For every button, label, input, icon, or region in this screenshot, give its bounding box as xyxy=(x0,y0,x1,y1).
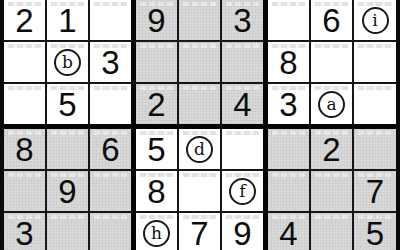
sudoku-cell-r3c8[interactable]: a xyxy=(311,84,354,129)
sudoku-cell-r2c5[interactable] xyxy=(179,42,222,84)
clue-digit: 6 xyxy=(322,3,340,37)
sudoku-cell-r3c4[interactable]: 2 xyxy=(136,84,179,129)
sudoku-cell-r3c3[interactable] xyxy=(90,84,136,129)
sudoku-cell-r1c2[interactable]: 1 xyxy=(47,0,90,42)
clue-digit: 8 xyxy=(279,45,297,79)
clue-digit: 9 xyxy=(233,216,251,250)
sudoku-cell-r1c6[interactable]: 3 xyxy=(222,0,268,42)
sudoku-cell-r3c6[interactable]: 4 xyxy=(222,84,268,129)
sudoku-cell-r6c4[interactable]: h xyxy=(136,213,179,250)
circled-letter-f: f xyxy=(229,178,256,205)
circled-letter-h: h xyxy=(143,220,170,247)
sudoku-cell-r4c5[interactable]: d xyxy=(179,129,222,171)
sudoku-cell-r2c2[interactable]: b xyxy=(47,42,90,84)
sudoku-cell-r4c1[interactable]: 8 xyxy=(4,129,47,171)
sudoku-cell-r6c8[interactable] xyxy=(311,213,354,250)
sudoku-viewport: 21936ib385243a865d298f73h7945 xyxy=(0,0,400,250)
sudoku-cell-r6c1[interactable]: 3 xyxy=(4,213,47,250)
sudoku-cell-r3c9[interactable] xyxy=(354,84,396,129)
sudoku-cell-r5c3[interactable] xyxy=(90,171,136,213)
clue-digit: 9 xyxy=(58,174,76,208)
sudoku-cell-r4c4[interactable]: 5 xyxy=(136,129,179,171)
sudoku-cell-r6c9[interactable]: 5 xyxy=(354,213,396,250)
circled-letter-d: d xyxy=(186,136,213,163)
sudoku-cell-r5c1[interactable] xyxy=(4,171,47,213)
circled-letter-b: b xyxy=(54,49,81,76)
clue-digit: 3 xyxy=(279,87,297,121)
clue-digit: 3 xyxy=(233,3,251,37)
sudoku-cell-r1c4[interactable]: 9 xyxy=(136,0,179,42)
clue-digit: 8 xyxy=(15,132,33,166)
sudoku-cell-r3c1[interactable] xyxy=(4,84,47,129)
sudoku-cell-r5c9[interactable]: 7 xyxy=(354,171,396,213)
sudoku-cell-r4c9[interactable] xyxy=(354,129,396,171)
sudoku-cell-r1c5[interactable] xyxy=(179,0,222,42)
sudoku-cell-r5c5[interactable] xyxy=(179,171,222,213)
sudoku-cell-r2c8[interactable] xyxy=(311,42,354,84)
clue-digit: 3 xyxy=(101,45,119,79)
clue-digit: 1 xyxy=(58,3,76,37)
sudoku-cell-r1c1[interactable]: 2 xyxy=(4,0,47,42)
sudoku-cell-r6c3[interactable] xyxy=(90,213,136,250)
clue-digit: 7 xyxy=(366,174,384,208)
clue-digit: 5 xyxy=(58,87,76,121)
sudoku-cell-r6c5[interactable]: 7 xyxy=(179,213,222,250)
sudoku-cell-r1c7[interactable] xyxy=(268,0,311,42)
sudoku-cell-r2c7[interactable]: 8 xyxy=(268,42,311,84)
clue-digit: 9 xyxy=(147,3,165,37)
sudoku-cell-r3c2[interactable]: 5 xyxy=(47,84,90,129)
clue-digit: 6 xyxy=(101,132,119,166)
sudoku-cell-r4c3[interactable]: 6 xyxy=(90,129,136,171)
sudoku-cell-r2c4[interactable] xyxy=(136,42,179,84)
sudoku-cell-r5c6[interactable]: f xyxy=(222,171,268,213)
sudoku-cell-r4c7[interactable] xyxy=(268,129,311,171)
sudoku-cell-r5c2[interactable]: 9 xyxy=(47,171,90,213)
clue-digit: 7 xyxy=(190,216,208,250)
clue-digit: 4 xyxy=(279,216,297,250)
sudoku-cell-r1c9[interactable]: i xyxy=(354,0,396,42)
sudoku-cell-r4c6[interactable] xyxy=(222,129,268,171)
circled-letter-i: i xyxy=(362,7,389,34)
clue-digit: 2 xyxy=(147,87,165,121)
sudoku-cell-r2c1[interactable] xyxy=(4,42,47,84)
sudoku-cell-r6c2[interactable] xyxy=(47,213,90,250)
circled-letter-a: a xyxy=(318,91,345,118)
sudoku-cell-r2c6[interactable] xyxy=(222,42,268,84)
clue-digit: 3 xyxy=(15,216,33,250)
clue-digit: 8 xyxy=(147,174,165,208)
clue-digit: 5 xyxy=(366,216,384,250)
clue-digit: 4 xyxy=(233,87,251,121)
clue-digit: 2 xyxy=(15,3,33,37)
sudoku-cell-r3c7[interactable]: 3 xyxy=(268,84,311,129)
sudoku-cell-r4c8[interactable]: 2 xyxy=(311,129,354,171)
sudoku-cell-r2c3[interactable]: 3 xyxy=(90,42,136,84)
sudoku-cell-r4c2[interactable] xyxy=(47,129,90,171)
sudoku-cell-r3c5[interactable] xyxy=(179,84,222,129)
sudoku-cell-r2c9[interactable] xyxy=(354,42,396,84)
clue-digit: 2 xyxy=(322,132,340,166)
sudoku-cell-r5c7[interactable] xyxy=(268,171,311,213)
sudoku-cell-r6c6[interactable]: 9 xyxy=(222,213,268,250)
sudoku-cell-r6c7[interactable]: 4 xyxy=(268,213,311,250)
sudoku-cell-r1c8[interactable]: 6 xyxy=(311,0,354,42)
sudoku-cell-r5c4[interactable]: 8 xyxy=(136,171,179,213)
clue-digit: 5 xyxy=(147,132,165,166)
sudoku-cell-r1c3[interactable] xyxy=(90,0,136,42)
sudoku-board: 21936ib385243a865d298f73h7945 xyxy=(0,0,400,250)
sudoku-cell-r5c8[interactable] xyxy=(311,171,354,213)
